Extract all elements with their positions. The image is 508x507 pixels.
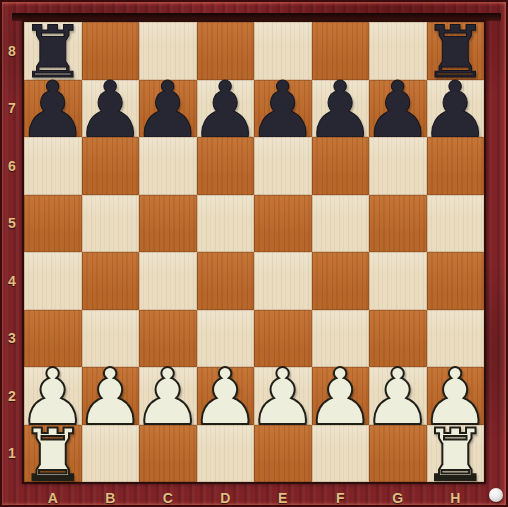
square-c1[interactable] <box>139 425 197 483</box>
square-d7[interactable]: ♟ <box>197 80 255 138</box>
square-f5[interactable] <box>312 195 370 253</box>
square-e5[interactable] <box>254 195 312 253</box>
square-c5[interactable] <box>139 195 197 253</box>
square-g7[interactable]: ♟ <box>369 80 427 138</box>
square-h5[interactable] <box>427 195 485 253</box>
square-b1[interactable] <box>82 425 140 483</box>
side-to-move-indicator-white <box>489 488 503 502</box>
chess-board-window: ♜♜♟♟♟♟♟♟♟♟♟♟♟♟♟♟♟♟♜♜ 87654321 ABCDEFGH <box>0 0 508 507</box>
square-a7[interactable]: ♟ <box>24 80 82 138</box>
square-h4[interactable] <box>427 252 485 310</box>
square-g2[interactable]: ♟ <box>369 367 427 425</box>
square-d1[interactable] <box>197 425 255 483</box>
square-g5[interactable] <box>369 195 427 253</box>
rank-label-6: 6 <box>2 158 22 174</box>
square-d6[interactable] <box>197 137 255 195</box>
black-pawn-h7[interactable]: ♟ <box>420 82 490 139</box>
square-a5[interactable] <box>24 195 82 253</box>
rank-label-1: 1 <box>2 445 22 461</box>
square-f4[interactable] <box>312 252 370 310</box>
rank-label-8: 8 <box>2 43 22 59</box>
square-c2[interactable]: ♟ <box>139 367 197 425</box>
file-label-D: D <box>197 486 255 507</box>
rank-label-4: 4 <box>2 273 22 289</box>
square-e1[interactable] <box>254 425 312 483</box>
square-d2[interactable]: ♟ <box>197 367 255 425</box>
white-rook-a1[interactable]: ♜ <box>20 427 85 484</box>
square-c6[interactable] <box>139 137 197 195</box>
square-d5[interactable] <box>197 195 255 253</box>
square-e4[interactable] <box>254 252 312 310</box>
file-label-A: A <box>24 486 82 507</box>
square-a1[interactable]: ♜ <box>24 425 82 483</box>
rank-label-3: 3 <box>2 330 22 346</box>
file-label-C: C <box>139 486 197 507</box>
rank-label-2: 2 <box>2 388 22 404</box>
square-a6[interactable] <box>24 137 82 195</box>
square-a4[interactable] <box>24 252 82 310</box>
square-f1[interactable] <box>312 425 370 483</box>
white-rook-h1[interactable]: ♜ <box>423 427 488 484</box>
square-h7[interactable]: ♟ <box>427 80 485 138</box>
square-d4[interactable] <box>197 252 255 310</box>
rank-label-5: 5 <box>2 215 22 231</box>
square-c7[interactable]: ♟ <box>139 80 197 138</box>
square-b5[interactable] <box>82 195 140 253</box>
square-b2[interactable]: ♟ <box>82 367 140 425</box>
file-label-G: G <box>369 486 427 507</box>
file-label-B: B <box>82 486 140 507</box>
square-f7[interactable]: ♟ <box>312 80 370 138</box>
square-b6[interactable] <box>82 137 140 195</box>
square-h1[interactable]: ♜ <box>427 425 485 483</box>
square-g4[interactable] <box>369 252 427 310</box>
file-label-H: H <box>427 486 485 507</box>
file-label-F: F <box>312 486 370 507</box>
square-f2[interactable]: ♟ <box>312 367 370 425</box>
square-e7[interactable]: ♟ <box>254 80 312 138</box>
square-f6[interactable] <box>312 137 370 195</box>
rank-label-7: 7 <box>2 100 22 116</box>
square-c4[interactable] <box>139 252 197 310</box>
square-g6[interactable] <box>369 137 427 195</box>
square-h6[interactable] <box>427 137 485 195</box>
square-b7[interactable]: ♟ <box>82 80 140 138</box>
board: ♜♜♟♟♟♟♟♟♟♟♟♟♟♟♟♟♟♟♜♜ <box>22 20 486 484</box>
square-g1[interactable] <box>369 425 427 483</box>
file-label-E: E <box>254 486 312 507</box>
square-e2[interactable]: ♟ <box>254 367 312 425</box>
square-e6[interactable] <box>254 137 312 195</box>
square-b4[interactable] <box>82 252 140 310</box>
